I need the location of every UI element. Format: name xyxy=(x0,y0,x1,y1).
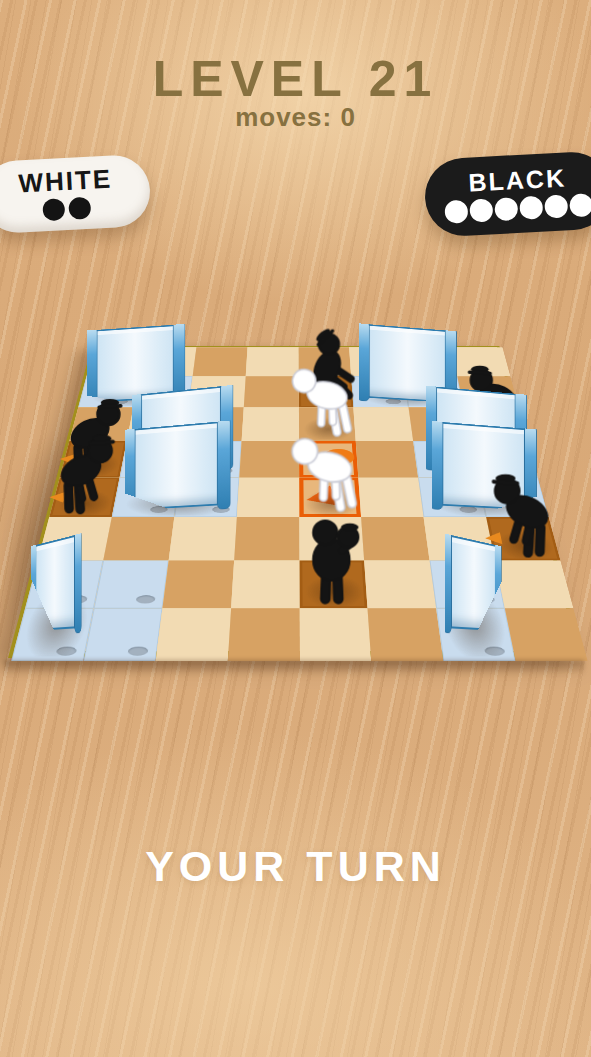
platform-dot-icon xyxy=(511,467,529,473)
platform-dot-icon xyxy=(452,467,470,473)
board-square[interactable] xyxy=(227,608,299,661)
platform-dot-icon xyxy=(167,399,183,404)
board-square[interactable] xyxy=(505,608,588,661)
board-scene xyxy=(8,83,583,658)
board-square[interactable] xyxy=(495,561,573,609)
board-front-shadow xyxy=(4,660,584,675)
game-board[interactable] xyxy=(8,346,583,658)
board-square[interactable] xyxy=(155,608,230,661)
platform-dot-icon xyxy=(127,647,148,656)
board-square[interactable] xyxy=(168,517,236,560)
game-screen: LEVEL 21 moves: 0 WHITE BLACK xyxy=(0,0,591,1057)
platform-dot-icon xyxy=(215,467,232,473)
board-square[interactable] xyxy=(94,561,169,609)
platform-dot-icon xyxy=(156,467,173,473)
board-square[interactable] xyxy=(103,517,174,560)
board-square[interactable] xyxy=(368,608,444,661)
black-piece[interactable] xyxy=(299,561,368,609)
platform-dot-icon xyxy=(386,399,402,404)
platform-dot-icon xyxy=(135,595,155,603)
black-piece[interactable] xyxy=(49,477,119,517)
black-figure-sprite xyxy=(41,426,121,514)
board-square[interactable] xyxy=(83,608,162,661)
white-figure-sprite xyxy=(288,420,373,515)
board-square[interactable] xyxy=(162,561,234,609)
board-square[interactable] xyxy=(192,347,247,376)
black-figure-sprite xyxy=(290,509,378,606)
board-square[interactable] xyxy=(299,608,371,661)
platform-dot-icon xyxy=(440,399,456,404)
wall xyxy=(11,561,103,661)
turn-indicator: YOUR TURN xyxy=(0,842,591,891)
platform-dot-icon xyxy=(475,595,495,603)
platform-dot-icon xyxy=(484,647,506,656)
